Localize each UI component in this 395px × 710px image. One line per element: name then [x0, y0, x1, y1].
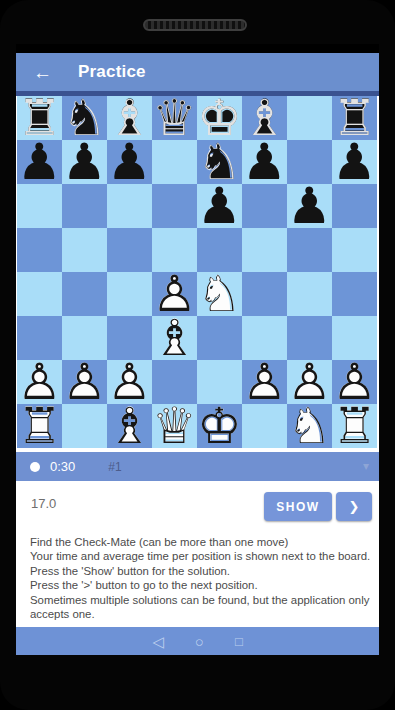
white-knight: ♞♘ [287, 404, 332, 448]
chevron-down-icon[interactable]: ▾ [363, 460, 369, 472]
black-pawn: ♟ [287, 184, 332, 228]
square-b4[interactable] [62, 272, 107, 316]
square-g1[interactable]: ♞♘ [287, 404, 332, 448]
square-e6[interactable]: ♟ [197, 184, 242, 228]
black-pawn: ♟ [107, 140, 152, 184]
square-a4[interactable] [17, 272, 62, 316]
square-a1[interactable]: ♜♖ [17, 404, 62, 448]
white-rook: ♜♖ [17, 404, 62, 448]
timer-bar: 0:30 #1 ▾ [16, 452, 379, 481]
chess-board: ♜♖♞♘♝♗♛♕♚♔♝♗♜♖♟♟♟♞♘♟♟♟♟♟♙♞♘♝♗♟♙♟♙♟♙♟♙♟♙♟… [17, 96, 377, 448]
square-e4[interactable]: ♞♘ [197, 272, 242, 316]
instruction-line: Press the 'Show' button for the solution… [30, 564, 377, 578]
page-title: Practice [78, 62, 146, 82]
square-a7[interactable]: ♟ [17, 140, 62, 184]
square-h1[interactable]: ♜♖ [332, 404, 377, 448]
white-bishop: ♝♗ [107, 404, 152, 448]
instructions-text: Find the Check-Mate (can be more than on… [30, 535, 377, 621]
square-e1[interactable]: ♚♔ [197, 404, 242, 448]
white-king: ♚♔ [197, 404, 242, 448]
square-g6[interactable]: ♟ [287, 184, 332, 228]
square-d1[interactable]: ♛♕ [152, 404, 197, 448]
position-counter: #1 [108, 460, 121, 474]
square-h4[interactable] [332, 272, 377, 316]
white-knight: ♞♘ [197, 272, 242, 316]
black-pawn: ♟ [62, 140, 107, 184]
back-arrow-icon[interactable]: ← [33, 63, 52, 82]
nav-home-icon[interactable]: ○ [195, 634, 204, 649]
app-bar: ← Practice [16, 53, 379, 91]
square-b5[interactable] [62, 228, 107, 272]
white-pawn: ♟♙ [62, 360, 107, 404]
square-b7[interactable]: ♟ [62, 140, 107, 184]
square-h5[interactable] [332, 228, 377, 272]
square-g4[interactable] [287, 272, 332, 316]
nav-recents-icon[interactable]: □ [235, 635, 243, 648]
square-g8[interactable] [287, 96, 332, 140]
next-button[interactable]: ❯ [336, 492, 372, 521]
nav-back-icon[interactable]: ◁ [152, 634, 164, 649]
instruction-line: Find the Check-Mate (can be more than on… [30, 535, 377, 549]
white-bishop: ♝♗ [152, 316, 197, 360]
square-d3[interactable]: ♝♗ [152, 316, 197, 360]
square-a5[interactable] [17, 228, 62, 272]
android-nav-bar: ◁ ○ □ [16, 627, 379, 655]
black-pawn: ♟ [242, 140, 287, 184]
status-bar [16, 44, 379, 53]
phone-frame: ← Practice ♜♖♞♘♝♗♛♕♚♔♝♗♜♖♟♟♟♞♘♟♟♟♟♟♙♞♘♝♗… [0, 0, 395, 710]
square-f5[interactable] [242, 228, 287, 272]
white-queen: ♛♕ [152, 404, 197, 448]
speaker-grille [143, 19, 247, 31]
square-d6[interactable] [152, 184, 197, 228]
square-b2[interactable]: ♟♙ [62, 360, 107, 404]
instruction-line: Your time and average time per position … [30, 549, 377, 563]
square-f7[interactable]: ♟ [242, 140, 287, 184]
white-pawn: ♟♙ [242, 360, 287, 404]
instruction-line: Sometimes multiple solutions can be foun… [30, 593, 377, 622]
show-button[interactable]: SHOW [264, 492, 332, 521]
square-c7[interactable]: ♟ [107, 140, 152, 184]
square-h7[interactable]: ♟ [332, 140, 377, 184]
instruction-line: Press the '>' button to go to the next p… [30, 578, 377, 592]
white-rook: ♜♖ [332, 404, 377, 448]
black-pawn: ♟ [332, 140, 377, 184]
screen: ← Practice ♜♖♞♘♝♗♛♕♚♔♝♗♜♖♟♟♟♞♘♟♟♟♟♟♙♞♘♝♗… [16, 44, 379, 655]
square-f4[interactable] [242, 272, 287, 316]
square-f2[interactable]: ♟♙ [242, 360, 287, 404]
black-queen: ♛♕ [152, 96, 197, 140]
average-time-value: 17.0 [31, 496, 56, 511]
timer-value: 0:30 [50, 459, 75, 474]
square-d8[interactable]: ♛♕ [152, 96, 197, 140]
record-dot [30, 462, 40, 472]
black-pawn: ♟ [197, 184, 242, 228]
square-c5[interactable] [107, 228, 152, 272]
black-pawn: ♟ [17, 140, 62, 184]
square-c4[interactable] [107, 272, 152, 316]
square-c1[interactable]: ♝♗ [107, 404, 152, 448]
